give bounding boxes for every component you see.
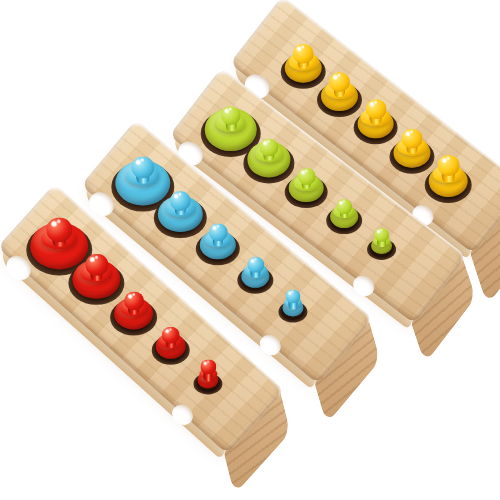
- knob-ball: [200, 359, 216, 374]
- cylinder-yellow-5[interactable]: [429, 160, 468, 199]
- knob-ball: [85, 254, 108, 276]
- cylinder-cyan-4[interactable]: [241, 262, 269, 290]
- knob-ball: [336, 199, 352, 214]
- knob-ball: [170, 190, 191, 210]
- cylinder-red-3[interactable]: [114, 293, 153, 332]
- knob-ball: [162, 326, 180, 343]
- knob-ball: [374, 227, 389, 241]
- cylinder-red-4[interactable]: [156, 331, 186, 361]
- cylinder-green-2[interactable]: [247, 137, 290, 180]
- knob-ball: [247, 257, 264, 273]
- cylinder-cyan-3[interactable]: [200, 226, 236, 262]
- knob-ball: [293, 43, 314, 63]
- cylinder-cyan-2[interactable]: [158, 190, 203, 235]
- cylinder-yellow-4[interactable]: [393, 133, 430, 170]
- knob-ball: [297, 168, 315, 185]
- cylinder-yellow-2[interactable]: [321, 76, 358, 113]
- knob-ball: [401, 128, 422, 148]
- cylinder-red-5[interactable]: [197, 369, 218, 390]
- knob-ball: [285, 288, 300, 302]
- knob-ball: [131, 156, 154, 178]
- knob-ball: [208, 224, 227, 242]
- knob-ball: [46, 217, 72, 242]
- cylinder-yellow-1[interactable]: [285, 48, 322, 85]
- cylinder-green-5[interactable]: [371, 234, 392, 255]
- knob-ball: [124, 291, 144, 310]
- cylinder-green-3[interactable]: [289, 169, 324, 204]
- knob-ball: [437, 155, 459, 176]
- knob-ball: [259, 138, 278, 156]
- knob-ball: [365, 99, 386, 119]
- knob-ball: [221, 106, 241, 125]
- product-photo-scene: [0, 0, 500, 500]
- cylinder-green-4[interactable]: [330, 202, 358, 230]
- cylinder-yellow-3[interactable]: [358, 105, 394, 141]
- cylinder-cyan-5[interactable]: [282, 297, 303, 318]
- knob-ball: [329, 71, 350, 91]
